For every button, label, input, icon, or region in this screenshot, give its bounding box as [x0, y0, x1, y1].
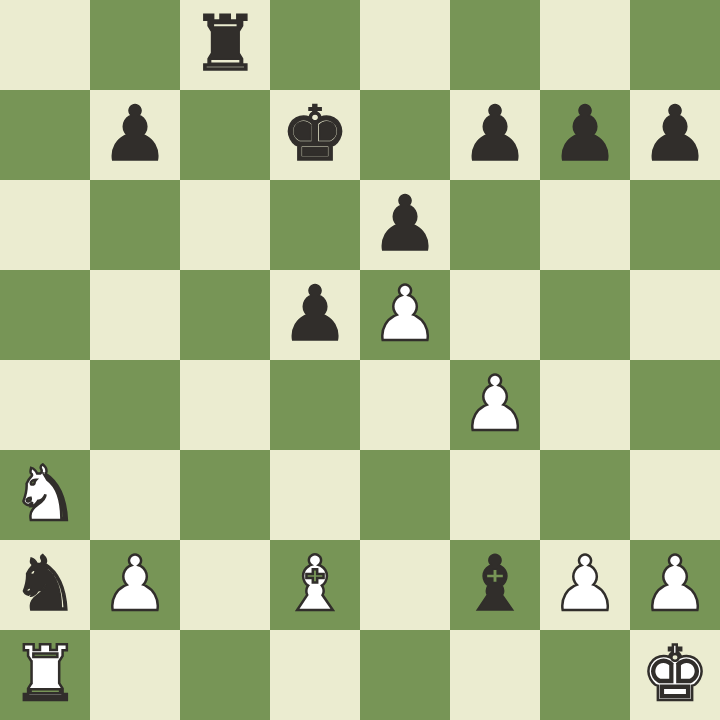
square-f7[interactable]: ♟	[450, 90, 540, 180]
square-f1[interactable]	[450, 630, 540, 720]
square-f8[interactable]	[450, 0, 540, 90]
square-a8[interactable]	[0, 0, 90, 90]
chess-board: ♜♟♚♟♟♟♟♟♟♟♞♞♟♝♝♟♟♜♚	[0, 0, 720, 720]
white-bishop[interactable]: ♝	[270, 540, 360, 630]
black-pawn[interactable]: ♟	[540, 90, 630, 180]
white-pawn[interactable]: ♟	[360, 270, 450, 360]
square-c6[interactable]	[180, 180, 270, 270]
square-a1[interactable]: ♜	[0, 630, 90, 720]
square-g4[interactable]	[540, 360, 630, 450]
square-h2[interactable]: ♟	[630, 540, 720, 630]
square-f3[interactable]	[450, 450, 540, 540]
square-b6[interactable]	[90, 180, 180, 270]
square-h6[interactable]	[630, 180, 720, 270]
white-pawn[interactable]: ♟	[630, 540, 720, 630]
square-b2[interactable]: ♟	[90, 540, 180, 630]
square-e1[interactable]	[360, 630, 450, 720]
black-pawn[interactable]: ♟	[270, 270, 360, 360]
black-knight[interactable]: ♞	[0, 540, 90, 630]
square-a5[interactable]	[0, 270, 90, 360]
square-c1[interactable]	[180, 630, 270, 720]
white-rook[interactable]: ♜	[0, 630, 90, 720]
square-h8[interactable]	[630, 0, 720, 90]
square-g1[interactable]	[540, 630, 630, 720]
square-h5[interactable]	[630, 270, 720, 360]
black-pawn[interactable]: ♟	[630, 90, 720, 180]
square-d5[interactable]: ♟	[270, 270, 360, 360]
square-f6[interactable]	[450, 180, 540, 270]
square-a6[interactable]	[0, 180, 90, 270]
black-pawn[interactable]: ♟	[90, 90, 180, 180]
square-d3[interactable]	[270, 450, 360, 540]
square-c5[interactable]	[180, 270, 270, 360]
white-pawn[interactable]: ♟	[540, 540, 630, 630]
square-g8[interactable]	[540, 0, 630, 90]
square-f4[interactable]: ♟	[450, 360, 540, 450]
black-pawn[interactable]: ♟	[360, 180, 450, 270]
square-b5[interactable]	[90, 270, 180, 360]
square-e6[interactable]: ♟	[360, 180, 450, 270]
square-a3[interactable]: ♞	[0, 450, 90, 540]
square-b3[interactable]	[90, 450, 180, 540]
square-d1[interactable]	[270, 630, 360, 720]
square-h7[interactable]: ♟	[630, 90, 720, 180]
square-c3[interactable]	[180, 450, 270, 540]
square-g5[interactable]	[540, 270, 630, 360]
square-d4[interactable]	[270, 360, 360, 450]
black-king[interactable]: ♚	[270, 90, 360, 180]
white-pawn[interactable]: ♟	[90, 540, 180, 630]
square-e3[interactable]	[360, 450, 450, 540]
square-b1[interactable]	[90, 630, 180, 720]
square-g2[interactable]: ♟	[540, 540, 630, 630]
square-h4[interactable]	[630, 360, 720, 450]
square-a2[interactable]: ♞	[0, 540, 90, 630]
square-c7[interactable]	[180, 90, 270, 180]
square-e2[interactable]	[360, 540, 450, 630]
square-a4[interactable]	[0, 360, 90, 450]
square-g6[interactable]	[540, 180, 630, 270]
square-e4[interactable]	[360, 360, 450, 450]
square-b4[interactable]	[90, 360, 180, 450]
square-g3[interactable]	[540, 450, 630, 540]
black-pawn[interactable]: ♟	[450, 90, 540, 180]
black-bishop[interactable]: ♝	[450, 540, 540, 630]
square-e8[interactable]	[360, 0, 450, 90]
white-pawn[interactable]: ♟	[450, 360, 540, 450]
square-c8[interactable]: ♜	[180, 0, 270, 90]
square-b8[interactable]	[90, 0, 180, 90]
square-d8[interactable]	[270, 0, 360, 90]
square-e7[interactable]	[360, 90, 450, 180]
square-a7[interactable]	[0, 90, 90, 180]
square-f2[interactable]: ♝	[450, 540, 540, 630]
square-d2[interactable]: ♝	[270, 540, 360, 630]
square-h1[interactable]: ♚	[630, 630, 720, 720]
square-d6[interactable]	[270, 180, 360, 270]
square-b7[interactable]: ♟	[90, 90, 180, 180]
square-f5[interactable]	[450, 270, 540, 360]
square-c2[interactable]	[180, 540, 270, 630]
white-king[interactable]: ♚	[630, 630, 720, 720]
square-c4[interactable]	[180, 360, 270, 450]
black-rook[interactable]: ♜	[180, 0, 270, 90]
square-h3[interactable]	[630, 450, 720, 540]
square-d7[interactable]: ♚	[270, 90, 360, 180]
white-knight[interactable]: ♞	[0, 450, 90, 540]
square-g7[interactable]: ♟	[540, 90, 630, 180]
square-e5[interactable]: ♟	[360, 270, 450, 360]
